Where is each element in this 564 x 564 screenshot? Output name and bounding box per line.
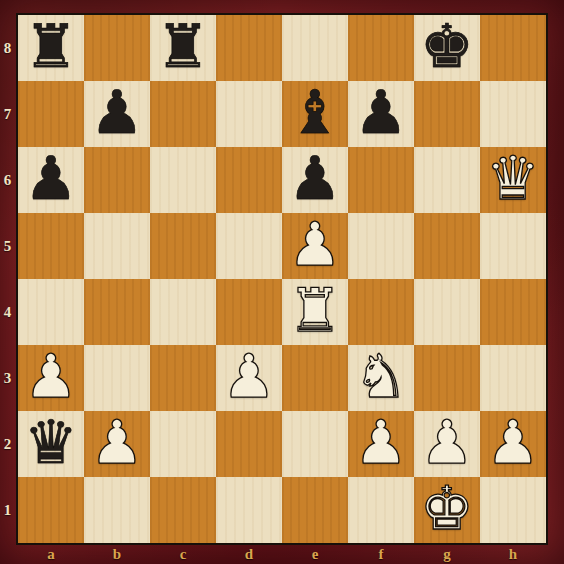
black-pawn-a6[interactable]: ♟ xyxy=(24,148,78,208)
square-b6[interactable] xyxy=(84,147,150,213)
square-b1[interactable] xyxy=(84,477,150,543)
file-label-b: b xyxy=(84,544,150,564)
chess-board: ♜♜♚♟♝♟♟♟♛♟♜♟♟♞♛♟♟♟♟♚ xyxy=(16,13,548,545)
black-pawn-f7[interactable]: ♟ xyxy=(354,82,408,142)
file-label-h: h xyxy=(480,544,546,564)
square-g1[interactable]: ♚ xyxy=(414,477,480,543)
square-d2[interactable] xyxy=(216,411,282,477)
square-d7[interactable] xyxy=(216,81,282,147)
square-d4[interactable] xyxy=(216,279,282,345)
rank-label-4: 4 xyxy=(0,279,15,345)
rank-label-8: 8 xyxy=(0,15,15,81)
black-rook-c8[interactable]: ♜ xyxy=(156,16,210,76)
square-c6[interactable] xyxy=(150,147,216,213)
square-e3[interactable] xyxy=(282,345,348,411)
square-a6[interactable]: ♟ xyxy=(18,147,84,213)
rank-label-1: 1 xyxy=(0,477,15,543)
square-e8[interactable] xyxy=(282,15,348,81)
black-rook-a8[interactable]: ♜ xyxy=(24,16,78,76)
file-label-g: g xyxy=(414,544,480,564)
file-label-a: a xyxy=(18,544,84,564)
rank-label-3: 3 xyxy=(0,345,15,411)
square-f8[interactable] xyxy=(348,15,414,81)
black-queen-a2[interactable]: ♛ xyxy=(24,412,78,472)
square-h8[interactable] xyxy=(480,15,546,81)
file-label-f: f xyxy=(348,544,414,564)
square-e5[interactable]: ♟ xyxy=(282,213,348,279)
white-pawn-b2[interactable]: ♟ xyxy=(90,412,144,472)
square-c1[interactable] xyxy=(150,477,216,543)
square-e7[interactable]: ♝ xyxy=(282,81,348,147)
square-b8[interactable] xyxy=(84,15,150,81)
square-f6[interactable] xyxy=(348,147,414,213)
file-label-e: e xyxy=(282,544,348,564)
white-knight-f3[interactable]: ♞ xyxy=(354,346,408,406)
white-pawn-h2[interactable]: ♟ xyxy=(486,412,540,472)
square-f3[interactable]: ♞ xyxy=(348,345,414,411)
white-pawn-a3[interactable]: ♟ xyxy=(24,346,78,406)
square-d3[interactable]: ♟ xyxy=(216,345,282,411)
square-h6[interactable]: ♛ xyxy=(480,147,546,213)
square-g2[interactable]: ♟ xyxy=(414,411,480,477)
rank-label-2: 2 xyxy=(0,411,15,477)
rank-label-6: 6 xyxy=(0,147,15,213)
square-b7[interactable]: ♟ xyxy=(84,81,150,147)
white-king-g1[interactable]: ♚ xyxy=(420,478,474,538)
file-label-d: d xyxy=(216,544,282,564)
square-h5[interactable] xyxy=(480,213,546,279)
square-g5[interactable] xyxy=(414,213,480,279)
square-c2[interactable] xyxy=(150,411,216,477)
square-a3[interactable]: ♟ xyxy=(18,345,84,411)
black-bishop-e7[interactable]: ♝ xyxy=(288,82,342,142)
white-pawn-f2[interactable]: ♟ xyxy=(354,412,408,472)
file-label-c: c xyxy=(150,544,216,564)
square-c8[interactable]: ♜ xyxy=(150,15,216,81)
square-c5[interactable] xyxy=(150,213,216,279)
white-pawn-e5[interactable]: ♟ xyxy=(288,214,342,274)
square-b4[interactable] xyxy=(84,279,150,345)
square-f5[interactable] xyxy=(348,213,414,279)
black-pawn-b7[interactable]: ♟ xyxy=(90,82,144,142)
square-h3[interactable] xyxy=(480,345,546,411)
square-e1[interactable] xyxy=(282,477,348,543)
square-h1[interactable] xyxy=(480,477,546,543)
square-f7[interactable]: ♟ xyxy=(348,81,414,147)
square-g7[interactable] xyxy=(414,81,480,147)
black-pawn-e6[interactable]: ♟ xyxy=(288,148,342,208)
square-d8[interactable] xyxy=(216,15,282,81)
square-b2[interactable]: ♟ xyxy=(84,411,150,477)
square-g8[interactable]: ♚ xyxy=(414,15,480,81)
square-c4[interactable] xyxy=(150,279,216,345)
square-a4[interactable] xyxy=(18,279,84,345)
square-h7[interactable] xyxy=(480,81,546,147)
square-c7[interactable] xyxy=(150,81,216,147)
white-pawn-g2[interactable]: ♟ xyxy=(420,412,474,472)
square-a7[interactable] xyxy=(18,81,84,147)
board-frame: ♜♜♚♟♝♟♟♟♛♟♜♟♟♞♛♟♟♟♟♚ 87654321 abcdefgh xyxy=(0,0,564,564)
square-g3[interactable] xyxy=(414,345,480,411)
square-a2[interactable]: ♛ xyxy=(18,411,84,477)
square-f1[interactable] xyxy=(348,477,414,543)
square-h2[interactable]: ♟ xyxy=(480,411,546,477)
white-rook-e4[interactable]: ♜ xyxy=(288,280,342,340)
square-d1[interactable] xyxy=(216,477,282,543)
white-queen-h6[interactable]: ♛ xyxy=(486,148,540,208)
square-b5[interactable] xyxy=(84,213,150,279)
square-g4[interactable] xyxy=(414,279,480,345)
square-a8[interactable]: ♜ xyxy=(18,15,84,81)
black-king-g8[interactable]: ♚ xyxy=(420,16,474,76)
square-b3[interactable] xyxy=(84,345,150,411)
square-e2[interactable] xyxy=(282,411,348,477)
square-c3[interactable] xyxy=(150,345,216,411)
square-h4[interactable] xyxy=(480,279,546,345)
square-f4[interactable] xyxy=(348,279,414,345)
rank-label-7: 7 xyxy=(0,81,15,147)
square-e6[interactable]: ♟ xyxy=(282,147,348,213)
rank-label-5: 5 xyxy=(0,213,15,279)
square-g6[interactable] xyxy=(414,147,480,213)
square-f2[interactable]: ♟ xyxy=(348,411,414,477)
square-a5[interactable] xyxy=(18,213,84,279)
square-e4[interactable]: ♜ xyxy=(282,279,348,345)
square-a1[interactable] xyxy=(18,477,84,543)
square-d5[interactable] xyxy=(216,213,282,279)
white-pawn-d3[interactable]: ♟ xyxy=(222,346,276,406)
square-d6[interactable] xyxy=(216,147,282,213)
